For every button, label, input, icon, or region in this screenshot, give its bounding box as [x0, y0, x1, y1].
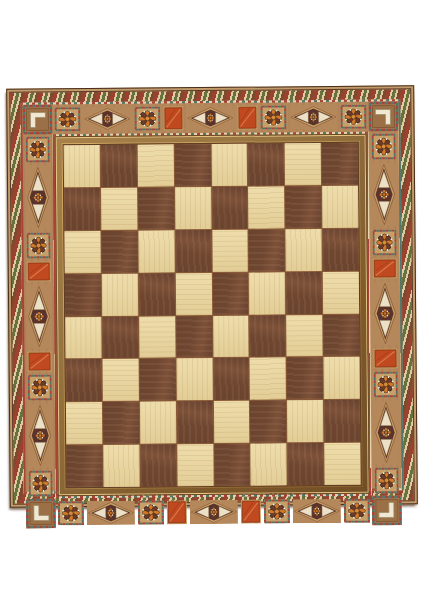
square-a2[interactable] — [66, 402, 102, 444]
square-h4[interactable] — [323, 314, 359, 356]
square-e6[interactable] — [212, 229, 248, 271]
motif-rosette — [28, 374, 52, 400]
square-d7[interactable] — [175, 187, 211, 229]
square-b7[interactable] — [101, 188, 137, 230]
square-f4[interactable] — [250, 315, 286, 357]
square-g5[interactable] — [286, 272, 322, 314]
photo-background — [0, 0, 424, 600]
square-c2[interactable] — [140, 402, 176, 444]
motif-rosette — [374, 371, 398, 397]
square-f1[interactable] — [251, 443, 287, 485]
square-h1[interactable] — [324, 443, 360, 485]
square-b3[interactable] — [102, 359, 138, 401]
motif-red-square — [27, 351, 51, 371]
motif-rosette — [54, 107, 80, 131]
motif-diamond — [186, 106, 234, 130]
mosaic-strip-bottom — [56, 496, 372, 529]
motif-diamond — [87, 501, 135, 525]
motif-rosette — [374, 467, 398, 493]
square-d3[interactable] — [176, 358, 212, 400]
square-b2[interactable] — [103, 402, 139, 444]
square-c1[interactable] — [140, 444, 176, 486]
motif-rosette — [29, 470, 53, 496]
square-h2[interactable] — [324, 400, 360, 442]
square-g1[interactable] — [288, 443, 324, 485]
motif-rosette — [260, 105, 286, 129]
motif-diamond — [373, 281, 398, 345]
motif-rosette — [138, 500, 164, 524]
motif-red-square — [237, 106, 257, 130]
square-e5[interactable] — [212, 272, 248, 314]
motif-diamond — [26, 165, 51, 229]
square-e1[interactable] — [214, 444, 250, 486]
board-center — [53, 132, 372, 499]
square-h5[interactable] — [323, 271, 359, 313]
square-c7[interactable] — [138, 187, 174, 229]
square-c3[interactable] — [139, 359, 175, 401]
square-g3[interactable] — [287, 357, 323, 399]
motif-rosette — [340, 105, 366, 129]
motif-red-square — [373, 258, 397, 278]
motif-red-square — [241, 500, 261, 524]
motif-rosette — [134, 106, 160, 130]
square-f6[interactable] — [249, 229, 285, 271]
square-b5[interactable] — [102, 273, 138, 315]
square-a5[interactable] — [65, 274, 101, 316]
mosaic-strip-left — [23, 134, 56, 498]
square-f3[interactable] — [250, 358, 286, 400]
square-g7[interactable] — [285, 186, 321, 228]
corner-bracket-bottom-left — [26, 498, 56, 528]
square-b1[interactable] — [103, 445, 139, 487]
square-a7[interactable] — [64, 188, 100, 230]
square-g2[interactable] — [287, 400, 323, 442]
square-a3[interactable] — [66, 359, 102, 401]
motif-diamond — [293, 499, 341, 523]
board-squares — [63, 142, 362, 489]
square-e8[interactable] — [211, 144, 247, 186]
corner-bracket-top-left — [22, 104, 52, 134]
chessboard — [6, 85, 418, 508]
square-a8[interactable] — [64, 145, 100, 187]
corner-bracket-bottom-right — [372, 495, 402, 525]
motif-diamond — [83, 107, 131, 131]
square-e7[interactable] — [212, 187, 248, 229]
motif-diamond — [27, 284, 52, 348]
square-d6[interactable] — [175, 230, 211, 272]
motif-red-square — [167, 500, 187, 524]
motif-diamond — [190, 500, 238, 524]
motif-rosette — [26, 136, 50, 162]
square-h8[interactable] — [322, 143, 358, 185]
square-b4[interactable] — [102, 316, 138, 358]
square-c6[interactable] — [138, 230, 174, 272]
square-f7[interactable] — [248, 186, 284, 228]
square-h7[interactable] — [322, 186, 358, 228]
square-f2[interactable] — [250, 401, 286, 443]
braid-trim — [9, 88, 415, 504]
square-e3[interactable] — [213, 358, 249, 400]
square-g4[interactable] — [286, 315, 322, 357]
square-f8[interactable] — [248, 143, 284, 185]
square-h3[interactable] — [324, 357, 360, 399]
motif-red-square — [163, 106, 183, 130]
motif-rosette — [26, 232, 50, 258]
square-d4[interactable] — [176, 316, 212, 358]
motif-diamond — [372, 162, 397, 226]
square-e2[interactable] — [213, 401, 249, 443]
motif-red-square — [27, 261, 51, 281]
square-d2[interactable] — [177, 401, 213, 443]
square-a1[interactable] — [66, 445, 102, 487]
motif-rosette — [264, 499, 290, 523]
motif-diamond — [374, 400, 399, 464]
motif-rosette — [344, 499, 370, 523]
square-f5[interactable] — [249, 272, 285, 314]
square-g8[interactable] — [285, 143, 321, 185]
mosaic-strip-right — [369, 131, 402, 495]
square-d1[interactable] — [177, 444, 213, 486]
square-c4[interactable] — [139, 316, 175, 358]
motif-red-square — [373, 348, 397, 368]
square-b6[interactable] — [101, 230, 137, 272]
square-e4[interactable] — [213, 315, 249, 357]
corner-bracket-top-right — [368, 101, 398, 131]
motif-rosette — [58, 501, 84, 525]
square-h6[interactable] — [323, 228, 359, 270]
mosaic-border — [20, 99, 403, 493]
square-d8[interactable] — [174, 144, 210, 186]
square-a6[interactable] — [64, 231, 100, 273]
mosaic-strip-top — [52, 102, 368, 135]
square-c8[interactable] — [137, 144, 173, 186]
square-c5[interactable] — [139, 273, 175, 315]
square-b8[interactable] — [101, 145, 137, 187]
motif-rosette — [372, 133, 396, 159]
inner-frame — [55, 134, 370, 497]
square-d5[interactable] — [175, 273, 211, 315]
motif-diamond — [289, 105, 337, 129]
motif-rosette — [372, 229, 396, 255]
square-g6[interactable] — [286, 229, 322, 271]
square-a4[interactable] — [65, 316, 101, 358]
motif-diamond — [28, 403, 53, 467]
